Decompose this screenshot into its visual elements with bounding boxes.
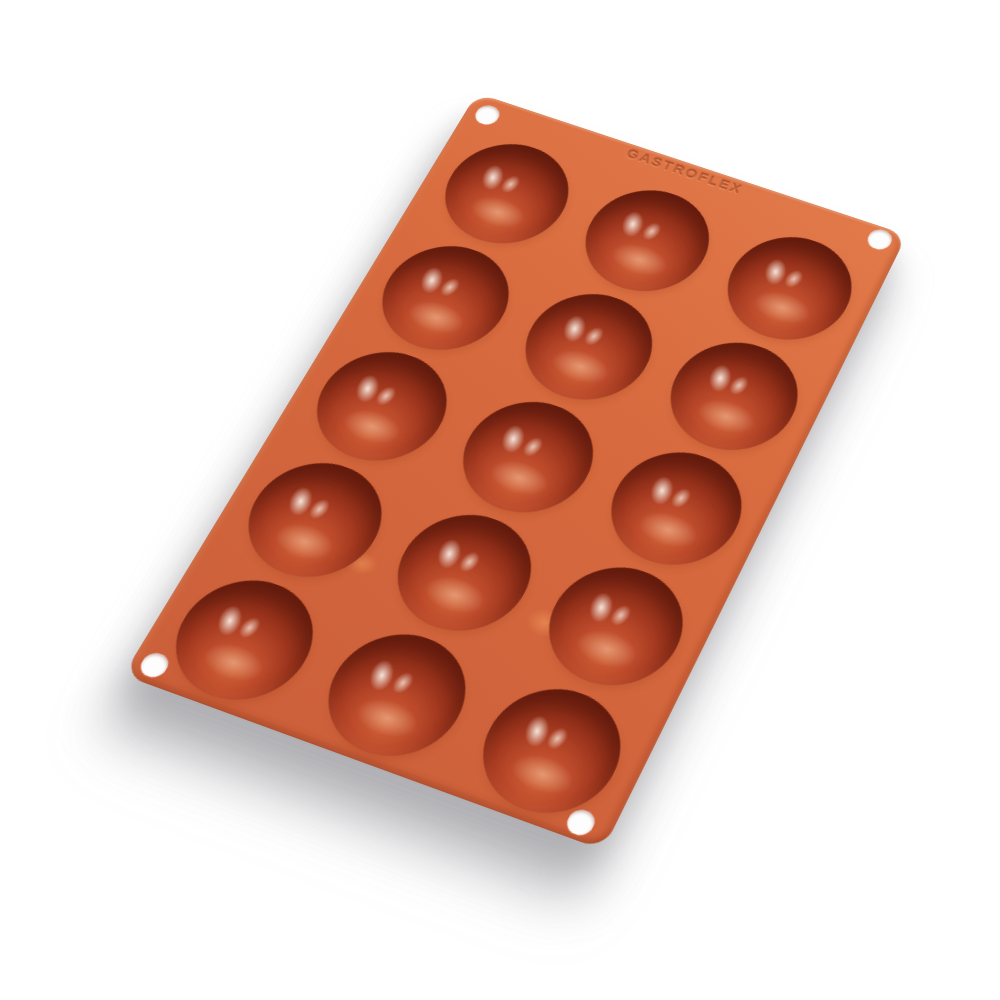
cavity-highlight — [455, 549, 484, 575]
cavity-highlight — [580, 324, 607, 348]
cavity-highlight — [725, 374, 752, 398]
cavity-highlight — [305, 496, 334, 522]
cavity-highlight — [498, 173, 525, 196]
cavity-highlight — [388, 670, 418, 698]
cavity-grid — [123, 93, 907, 850]
cavity-highlight — [781, 267, 807, 290]
cavity-highlight — [638, 220, 664, 243]
cavity-highlight — [519, 434, 547, 459]
cavity-highlight — [235, 615, 265, 642]
photo-background: GASTROFLEX — [0, 0, 1000, 1000]
cavity-highlight — [667, 485, 695, 511]
cavity-highlight — [543, 725, 573, 753]
cavity-highlight — [607, 602, 636, 629]
silicone-mold: GASTROFLEX — [123, 93, 907, 850]
cavity-highlight — [437, 276, 464, 300]
cavity-highlight — [373, 384, 401, 409]
